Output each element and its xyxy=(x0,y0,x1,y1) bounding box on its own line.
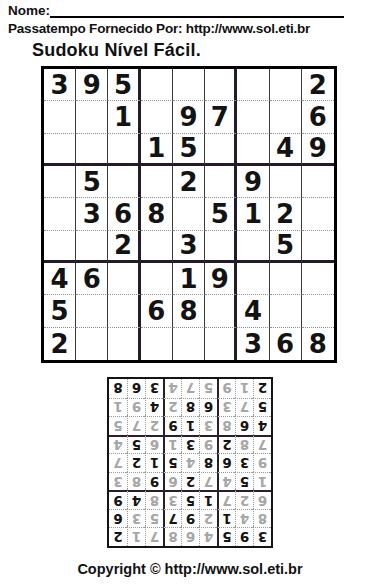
main-grid-cell-r3c2[interactable] xyxy=(76,134,108,166)
solution-grid-cell-r8c4: 6 xyxy=(199,398,217,417)
copyright-text: Copyright © http://www.sol.eti.br xyxy=(0,561,380,577)
solution-grid-cell-r6c5: 3 xyxy=(181,435,199,454)
main-grid-cell-r1c7[interactable] xyxy=(237,69,269,101)
solution-grid-cell-r6c7: 6 xyxy=(145,435,163,454)
solution-grid-cell-r4c4: 7 xyxy=(199,472,217,491)
main-grid-cell-r4c7: 9 xyxy=(237,166,269,198)
main-grid-cell-r9c4[interactable] xyxy=(141,328,173,360)
main-grid-cell-r1c2: 9 xyxy=(76,69,108,101)
main-grid-cell-r1c6[interactable] xyxy=(205,69,237,101)
main-grid-cell-r2c7[interactable] xyxy=(237,101,269,133)
main-grid-cell-r5c3: 6 xyxy=(108,198,140,230)
solution-grid-cell-r4c6: 6 xyxy=(163,472,181,491)
solution-grid-cell-r4c9: 3 xyxy=(109,472,127,491)
main-grid-cell-r8c9[interactable] xyxy=(302,295,334,327)
solution-grid-cell-r1c4: 4 xyxy=(199,527,217,546)
main-grid-cell-r7c4[interactable] xyxy=(141,263,173,295)
main-grid-cell-r5c2: 3 xyxy=(76,198,108,230)
main-grid-cell-r6c5: 3 xyxy=(173,231,205,263)
solution-grid-cell-r3c7: 8 xyxy=(145,490,163,509)
solution-grid-cell-r8c3: 3 xyxy=(217,398,235,417)
main-grid-cell-r7c5: 1 xyxy=(173,263,205,295)
main-grid-cell-r5c9[interactable] xyxy=(302,198,334,230)
main-grid-cell-r6c3: 2 xyxy=(108,231,140,263)
solution-grid-cell-r4c1: 1 xyxy=(253,472,271,491)
main-grid-cell-r2c3: 1 xyxy=(108,101,140,133)
solution-grid-cell-r4c3: 4 xyxy=(217,472,235,491)
main-grid-cell-r8c5: 8 xyxy=(173,295,205,327)
main-grid-cell-r8c2[interactable] xyxy=(76,295,108,327)
main-grid-cell-r7c6: 9 xyxy=(205,263,237,295)
solution-grid-cell-r8c9: 1 xyxy=(109,398,127,417)
solution-grid-cell-r1c3: 5 xyxy=(217,527,235,546)
main-grid-cell-r8c3[interactable] xyxy=(108,295,140,327)
solution-grid-cell-r5c2: 3 xyxy=(235,453,253,472)
main-grid-cell-r8c8[interactable] xyxy=(270,295,302,327)
main-grid-cell-r3c4: 1 xyxy=(141,134,173,166)
solution-grid-cell-r9c9: 8 xyxy=(109,379,127,398)
solution-grid-cell-r9c7: 3 xyxy=(145,379,163,398)
main-grid-cell-r8c1: 5 xyxy=(44,295,76,327)
solution-grid-cell-r5c3: 6 xyxy=(217,453,235,472)
main-grid-cell-r5c6: 5 xyxy=(205,198,237,230)
main-grid-cell-r7c3[interactable] xyxy=(108,263,140,295)
main-grid-cell-r9c9: 8 xyxy=(302,328,334,360)
solution-grid-cell-r1c8: 1 xyxy=(127,527,145,546)
solution-grid-cell-r5c9: 7 xyxy=(109,453,127,472)
main-grid-cell-r5c8: 2 xyxy=(270,198,302,230)
solution-grid-cell-r4c5: 2 xyxy=(181,472,199,491)
main-grid-cell-r4c6[interactable] xyxy=(205,166,237,198)
solution-grid-cell-r2c1: 8 xyxy=(253,509,271,528)
solution-sudoku-grid-rotated: 3954687128412975366271538491547269839368… xyxy=(107,377,273,548)
solution-grid-cell-r7c7: 2 xyxy=(145,416,163,435)
solution-grid-cell-r3c1: 6 xyxy=(253,490,271,509)
solution-grid-cell-r5c1: 9 xyxy=(253,453,271,472)
solution-grid-cell-r6c3: 2 xyxy=(217,435,235,454)
page-title: Sudoku Nível Fácil. xyxy=(32,40,201,61)
solution-grid-cell-r5c6: 5 xyxy=(163,453,181,472)
main-grid-cell-r5c4: 8 xyxy=(141,198,173,230)
solution-grid-cell-r3c6: 3 xyxy=(163,490,181,509)
solution-grid-cell-r9c1: 2 xyxy=(253,379,271,398)
main-grid-cell-r6c7[interactable] xyxy=(237,231,269,263)
solution-grid-cell-r5c4: 8 xyxy=(199,453,217,472)
main-grid-cell-r9c3[interactable] xyxy=(108,328,140,360)
solution-grid-cell-r7c2: 6 xyxy=(235,416,253,435)
main-grid-cell-r6c1[interactable] xyxy=(44,231,76,263)
solution-grid-cell-r6c1: 7 xyxy=(253,435,271,454)
main-grid-cell-r5c5[interactable] xyxy=(173,198,205,230)
solution-grid-cell-r6c8: 5 xyxy=(127,435,145,454)
main-grid-cell-r7c1: 4 xyxy=(44,263,76,295)
solution-grid-cell-r7c3: 8 xyxy=(217,416,235,435)
main-grid-cell-r1c9: 2 xyxy=(302,69,334,101)
main-grid-cell-r2c5: 9 xyxy=(173,101,205,133)
main-grid-cell-r8c6[interactable] xyxy=(205,295,237,327)
main-grid-cell-r5c1[interactable] xyxy=(44,198,76,230)
solution-grid-cell-r1c1: 3 xyxy=(253,527,271,546)
name-row: Nome: xyxy=(8,3,344,18)
main-grid-cell-r3c9: 9 xyxy=(302,134,334,166)
main-grid-cell-r4c9[interactable] xyxy=(302,166,334,198)
main-grid-cell-r7c7[interactable] xyxy=(237,263,269,295)
name-label: Nome: xyxy=(8,4,50,18)
main-grid-cell-r1c4[interactable] xyxy=(141,69,173,101)
solution-grid-cell-r2c4: 2 xyxy=(199,509,217,528)
solution-grid-cell-r4c8: 8 xyxy=(127,472,145,491)
solution-grid-cell-r2c6: 7 xyxy=(163,509,181,528)
main-grid-cell-r1c3: 5 xyxy=(108,69,140,101)
solution-grid-cell-r4c2: 5 xyxy=(235,472,253,491)
main-sudoku-grid: 395219761549529368512235461956842368 xyxy=(41,66,337,363)
main-grid-cell-r9c8: 6 xyxy=(270,328,302,360)
solution-grid-cell-r3c8: 4 xyxy=(127,490,145,509)
main-grid-cell-r3c5: 5 xyxy=(173,134,205,166)
solution-grid-cell-r9c2: 1 xyxy=(235,379,253,398)
main-grid-cell-r4c2: 5 xyxy=(76,166,108,198)
main-grid-cell-r3c1[interactable] xyxy=(44,134,76,166)
main-grid-cell-r2c4[interactable] xyxy=(141,101,173,133)
main-grid-cell-r3c6[interactable] xyxy=(205,134,237,166)
main-grid-cell-r9c1: 2 xyxy=(44,328,76,360)
solution-grid-cell-r1c5: 6 xyxy=(181,527,199,546)
main-grid-cell-r8c7: 4 xyxy=(237,295,269,327)
main-grid-cell-r8c4: 6 xyxy=(141,295,173,327)
solution-grid-cell-r2c7: 5 xyxy=(145,509,163,528)
solution-grid-cell-r1c6: 8 xyxy=(163,527,181,546)
main-grid-cell-r2c6: 7 xyxy=(205,101,237,133)
solution-grid-cell-r6c4: 9 xyxy=(199,435,217,454)
solution-grid-cell-r9c8: 6 xyxy=(127,379,145,398)
solution-grid-cell-r7c4: 3 xyxy=(199,416,217,435)
main-grid-cell-r1c5[interactable] xyxy=(173,69,205,101)
solution-grid-cell-r2c5: 9 xyxy=(181,509,199,528)
solution-grid-cell-r5c7: 1 xyxy=(145,453,163,472)
solution-grid-cell-r5c5: 4 xyxy=(181,453,199,472)
main-grid-cell-r9c7: 3 xyxy=(237,328,269,360)
solution-grid-cell-r3c3: 7 xyxy=(217,490,235,509)
main-grid-cell-r2c1[interactable] xyxy=(44,101,76,133)
main-grid-cell-r4c8[interactable] xyxy=(270,166,302,198)
main-grid-cell-r3c7[interactable] xyxy=(237,134,269,166)
main-grid-cell-r3c3[interactable] xyxy=(108,134,140,166)
main-grid-cell-r9c5[interactable] xyxy=(173,328,205,360)
solution-grid-cell-r7c9: 5 xyxy=(109,416,127,435)
main-grid-cell-r7c8[interactable] xyxy=(270,263,302,295)
solution-grid-cell-r2c8: 3 xyxy=(127,509,145,528)
solution-grid-cell-r9c4: 5 xyxy=(199,379,217,398)
solution-grid-cell-r6c6: 1 xyxy=(163,435,181,454)
main-grid-cell-r4c3[interactable] xyxy=(108,166,140,198)
main-grid-cell-r4c1[interactable] xyxy=(44,166,76,198)
main-grid-cell-r2c8[interactable] xyxy=(270,101,302,133)
solution-grid-cell-r3c9: 9 xyxy=(109,490,127,509)
solution-grid-cell-r1c9: 2 xyxy=(109,527,127,546)
solution-grid-cell-r7c5: 1 xyxy=(181,416,199,435)
solution-grid-cell-r8c5: 8 xyxy=(181,398,199,417)
solution-grid-cell-r2c3: 1 xyxy=(217,509,235,528)
solution-grid-cell-r8c8: 9 xyxy=(127,398,145,417)
main-grid-cell-r4c4[interactable] xyxy=(141,166,173,198)
solution-grid-cell-r4c7: 9 xyxy=(145,472,163,491)
main-grid-cell-r6c4[interactable] xyxy=(141,231,173,263)
solution-grid-cell-r3c5: 5 xyxy=(181,490,199,509)
main-grid-cell-r2c2[interactable] xyxy=(76,101,108,133)
solution-grid-cell-r5c8: 2 xyxy=(127,453,145,472)
solution-grid-cell-r9c3: 9 xyxy=(217,379,235,398)
solution-grid-cell-r9c5: 7 xyxy=(181,379,199,398)
solution-grid-cell-r8c1: 5 xyxy=(253,398,271,417)
solution-grid-cell-r1c2: 9 xyxy=(235,527,253,546)
main-grid-cell-r3c8: 4 xyxy=(270,134,302,166)
solution-grid-cell-r9c6: 4 xyxy=(163,379,181,398)
solution-grid-cell-r8c6: 2 xyxy=(163,398,181,417)
main-grid-cell-r1c1: 3 xyxy=(44,69,76,101)
solution-grid-cell-r2c2: 4 xyxy=(235,509,253,528)
main-grid-cell-r4c5: 2 xyxy=(173,166,205,198)
main-grid-cell-r2c9: 6 xyxy=(302,101,334,133)
solution-grid-cell-r8c7: 4 xyxy=(145,398,163,417)
solution-grid-cell-r3c4: 1 xyxy=(199,490,217,509)
main-grid-cell-r9c2[interactable] xyxy=(76,328,108,360)
provider-text: Passatempo Fornecido Por: http://www.sol… xyxy=(8,21,310,36)
solution-grid-cell-r7c1: 4 xyxy=(253,416,271,435)
solution-grid-cell-r6c2: 8 xyxy=(235,435,253,454)
solution-grid-cell-r7c6: 9 xyxy=(163,416,181,435)
main-grid-cell-r1c8[interactable] xyxy=(270,69,302,101)
main-grid-cell-r7c9[interactable] xyxy=(302,263,334,295)
solution-grid-cell-r8c2: 7 xyxy=(235,398,253,417)
main-grid-cell-r9c6[interactable] xyxy=(205,328,237,360)
solution-grid-cell-r1c7: 7 xyxy=(145,527,163,546)
main-grid-cell-r6c2[interactable] xyxy=(76,231,108,263)
main-grid-cell-r6c9[interactable] xyxy=(302,231,334,263)
main-grid-cell-r6c8: 5 xyxy=(270,231,302,263)
solution-grid-cell-r7c8: 7 xyxy=(127,416,145,435)
solution-grid-cell-r2c9: 6 xyxy=(109,509,127,528)
main-grid-cell-r7c2: 6 xyxy=(76,263,108,295)
main-grid-cell-r5c7: 1 xyxy=(237,198,269,230)
solution-grid-cell-r3c2: 2 xyxy=(235,490,253,509)
solution-grid-cell-r6c9: 4 xyxy=(109,435,127,454)
main-grid-cell-r6c6[interactable] xyxy=(205,231,237,263)
name-underline[interactable] xyxy=(50,3,344,18)
